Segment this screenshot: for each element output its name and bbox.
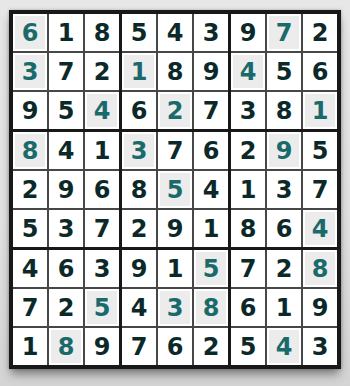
cell-r5c7[interactable]: 1 bbox=[231, 171, 265, 208]
cell-r5c5[interactable]: 5 bbox=[158, 171, 192, 208]
box-3-1: 463725189 bbox=[13, 250, 119, 365]
box-3-3: 728619543 bbox=[231, 250, 337, 365]
solved-digit: 3 bbox=[312, 335, 329, 359]
cell-r4c2[interactable]: 4 bbox=[49, 132, 83, 169]
cell-r9c5[interactable]: 6 bbox=[158, 328, 192, 365]
cell-r7c8[interactable]: 2 bbox=[267, 250, 301, 287]
clue-digit: 4 bbox=[94, 99, 111, 123]
clue-digit: 1 bbox=[312, 99, 329, 123]
cell-r1c9[interactable]: 2 bbox=[303, 14, 337, 51]
box-1-1: 618372954 bbox=[13, 14, 119, 129]
solved-digit: 4 bbox=[58, 139, 75, 163]
cell-r6c3[interactable]: 7 bbox=[85, 210, 119, 247]
cell-r6c7[interactable]: 8 bbox=[231, 210, 265, 247]
solved-digit: 5 bbox=[131, 21, 148, 45]
cell-r3c2[interactable]: 5 bbox=[49, 92, 83, 129]
cell-r5c6[interactable]: 4 bbox=[194, 171, 228, 208]
clue-digit: 3 bbox=[22, 60, 39, 84]
solved-digit: 1 bbox=[58, 21, 75, 45]
cell-r1c1[interactable]: 6 bbox=[13, 14, 47, 51]
solved-digit: 5 bbox=[22, 217, 39, 241]
solved-digit: 7 bbox=[312, 178, 329, 202]
box-1-3: 972456381 bbox=[231, 14, 337, 129]
cell-r2c8[interactable]: 5 bbox=[267, 53, 301, 90]
clue-digit: 6 bbox=[22, 21, 39, 45]
cell-r2c9[interactable]: 6 bbox=[303, 53, 337, 90]
solved-digit: 6 bbox=[276, 217, 293, 241]
clue-digit: 8 bbox=[22, 139, 39, 163]
solved-digit: 5 bbox=[276, 60, 293, 84]
solved-digit: 8 bbox=[94, 21, 111, 45]
box-3-2: 915438762 bbox=[122, 250, 228, 365]
cell-r8c6[interactable]: 8 bbox=[194, 289, 228, 326]
cell-r4c4[interactable]: 3 bbox=[122, 132, 156, 169]
cell-r5c4[interactable]: 8 bbox=[122, 171, 156, 208]
cell-r8c5[interactable]: 3 bbox=[158, 289, 192, 326]
cell-r5c3[interactable]: 6 bbox=[85, 171, 119, 208]
cell-r4c7[interactable]: 2 bbox=[231, 132, 265, 169]
box-1-2: 543189627 bbox=[122, 14, 228, 129]
solved-digit: 6 bbox=[203, 139, 220, 163]
cell-r9c8[interactable]: 4 bbox=[267, 328, 301, 365]
solved-digit: 9 bbox=[167, 217, 184, 241]
cell-r8c1[interactable]: 7 bbox=[13, 289, 47, 326]
cell-r2c2[interactable]: 7 bbox=[49, 53, 83, 90]
solved-digit: 9 bbox=[312, 296, 329, 320]
cell-r2c3[interactable]: 2 bbox=[85, 53, 119, 90]
cell-r6c9[interactable]: 4 bbox=[303, 210, 337, 247]
cell-r9c7[interactable]: 5 bbox=[231, 328, 265, 365]
cell-r1c6[interactable]: 3 bbox=[194, 14, 228, 51]
cell-r4c5[interactable]: 7 bbox=[158, 132, 192, 169]
solved-digit: 1 bbox=[240, 178, 257, 202]
cell-r4c8[interactable]: 9 bbox=[267, 132, 301, 169]
solved-digit: 6 bbox=[58, 257, 75, 281]
cell-r1c5[interactable]: 4 bbox=[158, 14, 192, 51]
solved-digit: 8 bbox=[240, 217, 257, 241]
cell-r3c8[interactable]: 8 bbox=[267, 92, 301, 129]
cell-r6c6[interactable]: 1 bbox=[194, 210, 228, 247]
clue-digit: 3 bbox=[167, 296, 184, 320]
cell-r9c1[interactable]: 1 bbox=[13, 328, 47, 365]
cell-r9c6[interactable]: 2 bbox=[194, 328, 228, 365]
clue-digit: 8 bbox=[58, 335, 75, 359]
solved-digit: 2 bbox=[58, 296, 75, 320]
solved-digit: 8 bbox=[131, 178, 148, 202]
solved-digit: 1 bbox=[203, 217, 220, 241]
cell-r3c3[interactable]: 4 bbox=[85, 92, 119, 129]
solved-digit: 7 bbox=[240, 257, 257, 281]
solved-digit: 1 bbox=[22, 335, 39, 359]
cell-r2c1[interactable]: 3 bbox=[13, 53, 47, 90]
clue-digit: 4 bbox=[240, 60, 257, 84]
cell-r2c4[interactable]: 1 bbox=[122, 53, 156, 90]
solved-digit: 9 bbox=[131, 257, 148, 281]
cell-r7c5[interactable]: 1 bbox=[158, 250, 192, 287]
cell-r6c4[interactable]: 2 bbox=[122, 210, 156, 247]
cell-r7c6[interactable]: 5 bbox=[194, 250, 228, 287]
solved-digit: 2 bbox=[312, 21, 329, 45]
solved-digit: 6 bbox=[167, 335, 184, 359]
clue-digit: 8 bbox=[203, 296, 220, 320]
box-2-3: 295137864 bbox=[231, 132, 337, 247]
solved-digit: 5 bbox=[312, 139, 329, 163]
cell-r3c9[interactable]: 1 bbox=[303, 92, 337, 129]
solved-digit: 2 bbox=[276, 257, 293, 281]
solved-digit: 3 bbox=[240, 99, 257, 123]
cell-r8c7[interactable]: 6 bbox=[231, 289, 265, 326]
box-2-2: 376854291 bbox=[122, 132, 228, 247]
solved-digit: 8 bbox=[276, 99, 293, 123]
cell-r8c4[interactable]: 4 bbox=[122, 289, 156, 326]
sudoku-board: 6183729545431896279724563818412965373768… bbox=[9, 10, 341, 369]
solved-digit: 9 bbox=[22, 99, 39, 123]
box-2-1: 841296537 bbox=[13, 132, 119, 247]
clue-digit: 1 bbox=[131, 60, 148, 84]
solved-digit: 7 bbox=[131, 335, 148, 359]
solved-digit: 9 bbox=[240, 21, 257, 45]
solved-digit: 6 bbox=[94, 178, 111, 202]
cell-r1c2[interactable]: 1 bbox=[49, 14, 83, 51]
cell-r9c2[interactable]: 8 bbox=[49, 328, 83, 365]
cell-r9c9[interactable]: 3 bbox=[303, 328, 337, 365]
cell-r3c5[interactable]: 2 bbox=[158, 92, 192, 129]
cell-r2c6[interactable]: 9 bbox=[194, 53, 228, 90]
solved-digit: 3 bbox=[94, 257, 111, 281]
solved-digit: 2 bbox=[131, 217, 148, 241]
clue-digit: 3 bbox=[131, 139, 148, 163]
cell-r7c7[interactable]: 7 bbox=[231, 250, 265, 287]
solved-digit: 9 bbox=[203, 60, 220, 84]
solved-digit: 5 bbox=[58, 99, 75, 123]
solved-digit: 6 bbox=[240, 296, 257, 320]
solved-digit: 2 bbox=[203, 335, 220, 359]
solved-digit: 8 bbox=[167, 60, 184, 84]
cell-r3c6[interactable]: 7 bbox=[194, 92, 228, 129]
cell-r1c4[interactable]: 5 bbox=[122, 14, 156, 51]
solved-digit: 4 bbox=[22, 257, 39, 281]
clue-digit: 7 bbox=[276, 21, 293, 45]
solved-digit: 1 bbox=[167, 257, 184, 281]
cell-r7c2[interactable]: 6 bbox=[49, 250, 83, 287]
cell-r9c3[interactable]: 9 bbox=[85, 328, 119, 365]
cell-r4c9[interactable]: 5 bbox=[303, 132, 337, 169]
clue-digit: 8 bbox=[312, 257, 329, 281]
cell-r7c9[interactable]: 8 bbox=[303, 250, 337, 287]
cell-r1c8[interactable]: 7 bbox=[267, 14, 301, 51]
cell-r5c8[interactable]: 3 bbox=[267, 171, 301, 208]
clue-digit: 4 bbox=[312, 217, 329, 241]
cell-r4c1[interactable]: 8 bbox=[13, 132, 47, 169]
solved-digit: 2 bbox=[22, 178, 39, 202]
cell-r2c5[interactable]: 8 bbox=[158, 53, 192, 90]
cell-r2c7[interactable]: 4 bbox=[231, 53, 265, 90]
solved-digit: 7 bbox=[94, 217, 111, 241]
solved-digit: 6 bbox=[131, 99, 148, 123]
cell-r6c8[interactable]: 6 bbox=[267, 210, 301, 247]
solved-digit: 4 bbox=[131, 296, 148, 320]
cell-r1c7[interactable]: 9 bbox=[231, 14, 265, 51]
solved-digit: 7 bbox=[22, 296, 39, 320]
cell-r5c2[interactable]: 9 bbox=[49, 171, 83, 208]
cell-r4c3[interactable]: 1 bbox=[85, 132, 119, 169]
cell-r9c4[interactable]: 7 bbox=[122, 328, 156, 365]
solved-digit: 1 bbox=[94, 139, 111, 163]
cell-r6c1[interactable]: 5 bbox=[13, 210, 47, 247]
cell-r4c6[interactable]: 6 bbox=[194, 132, 228, 169]
solved-digit: 1 bbox=[276, 296, 293, 320]
clue-digit: 2 bbox=[167, 99, 184, 123]
solved-digit: 2 bbox=[240, 139, 257, 163]
cell-r3c4[interactable]: 6 bbox=[122, 92, 156, 129]
solved-digit: 7 bbox=[203, 99, 220, 123]
clue-digit: 9 bbox=[276, 139, 293, 163]
solved-digit: 7 bbox=[58, 60, 75, 84]
cell-r6c2[interactable]: 3 bbox=[49, 210, 83, 247]
clue-digit: 5 bbox=[203, 257, 220, 281]
solved-digit: 4 bbox=[203, 178, 220, 202]
solved-digit: 3 bbox=[276, 178, 293, 202]
solved-digit: 3 bbox=[58, 217, 75, 241]
cell-r5c9[interactable]: 7 bbox=[303, 171, 337, 208]
cell-r3c7[interactable]: 3 bbox=[231, 92, 265, 129]
solved-digit: 7 bbox=[167, 139, 184, 163]
cell-r8c9[interactable]: 9 bbox=[303, 289, 337, 326]
cell-r5c1[interactable]: 2 bbox=[13, 171, 47, 208]
solved-digit: 5 bbox=[240, 335, 257, 359]
cell-r6c5[interactable]: 9 bbox=[158, 210, 192, 247]
cell-r7c3[interactable]: 3 bbox=[85, 250, 119, 287]
cell-r3c1[interactable]: 9 bbox=[13, 92, 47, 129]
solved-digit: 3 bbox=[203, 21, 220, 45]
page-background: 6183729545431896279724563818412965373768… bbox=[0, 0, 350, 386]
cell-r1c3[interactable]: 8 bbox=[85, 14, 119, 51]
cell-r8c8[interactable]: 1 bbox=[267, 289, 301, 326]
cell-r7c4[interactable]: 9 bbox=[122, 250, 156, 287]
cell-r8c3[interactable]: 5 bbox=[85, 289, 119, 326]
solved-digit: 9 bbox=[94, 335, 111, 359]
clue-digit: 5 bbox=[94, 296, 111, 320]
cell-r7c1[interactable]: 4 bbox=[13, 250, 47, 287]
cell-r8c2[interactable]: 2 bbox=[49, 289, 83, 326]
solved-digit: 9 bbox=[58, 178, 75, 202]
clue-digit: 4 bbox=[276, 335, 293, 359]
solved-digit: 6 bbox=[312, 60, 329, 84]
solved-digit: 4 bbox=[167, 21, 184, 45]
solved-digit: 2 bbox=[94, 60, 111, 84]
clue-digit: 5 bbox=[167, 178, 184, 202]
